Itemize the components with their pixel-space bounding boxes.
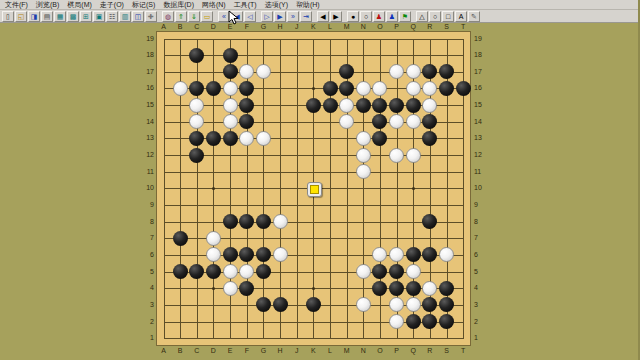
- tree-view-icon[interactable]: ▣: [93, 11, 105, 22]
- black-stone-K15: [306, 98, 321, 113]
- black-stone-R14: [422, 114, 437, 129]
- black-stone-H3: [273, 297, 288, 312]
- white-stone-P6: [389, 247, 404, 262]
- black-stone-C12: [189, 148, 204, 163]
- white-stone-N3: [356, 297, 371, 312]
- coord-number-left: 10: [136, 184, 154, 192]
- coord-letter-bottom: J: [292, 347, 302, 355]
- open-icon[interactable]: ◱: [15, 11, 27, 22]
- black-stone-T16: [456, 81, 471, 96]
- menu-bar: 文件(F)浏览(B)棋局(M)走子(O)标记(S)数据库(D)网络(N)工具(T…: [0, 0, 640, 10]
- black-stone-R13: [422, 131, 437, 146]
- print-icon[interactable]: ▤: [41, 11, 53, 22]
- black-stone-F15: [239, 98, 254, 113]
- coord-letter-top: M: [342, 23, 352, 31]
- black-stone-S4: [439, 281, 454, 296]
- white-stone-F17: [239, 64, 254, 79]
- black-stone-C16: [189, 81, 204, 96]
- black-stone-O15: [372, 98, 387, 113]
- black-stone-tool-icon[interactable]: ●: [347, 11, 359, 22]
- grid-line-horizontal: [164, 338, 465, 339]
- menu-options[interactable]: 选项(Y): [262, 0, 291, 9]
- black-stone-B7: [173, 231, 188, 246]
- coord-number-right: 16: [474, 84, 492, 92]
- menu-help[interactable]: 帮助(H): [293, 0, 323, 9]
- black-stone-K3: [306, 297, 321, 312]
- coord-number-left: 18: [136, 51, 154, 59]
- white-stone-B16: [173, 81, 188, 96]
- triangle-mark-icon[interactable]: △: [416, 11, 428, 22]
- star-point: [312, 287, 315, 290]
- coord-number-right: 7: [474, 234, 492, 242]
- player-white-icon[interactable]: ♟: [386, 11, 398, 22]
- black-stone-F6: [239, 247, 254, 262]
- black-stone-R6: [422, 247, 437, 262]
- coord-letter-top: J: [292, 23, 302, 31]
- grid-view-icon[interactable]: ▩: [67, 11, 79, 22]
- forward-icon[interactable]: ▷: [261, 11, 273, 22]
- folder-icon[interactable]: ▭: [201, 11, 213, 22]
- flag-icon[interactable]: ⚑: [399, 11, 411, 22]
- coord-letter-top: B: [175, 23, 185, 31]
- coord-number-right: 2: [474, 318, 492, 326]
- white-stone-F5: [239, 264, 254, 279]
- next-variation-icon[interactable]: ▶: [330, 11, 342, 22]
- black-stone-C13: [189, 131, 204, 146]
- black-stone-G3: [256, 297, 271, 312]
- coord-number-right: 9: [474, 201, 492, 209]
- white-stone-G17: [256, 64, 271, 79]
- coord-letter-bottom: H: [275, 347, 285, 355]
- white-stone-E16: [223, 81, 238, 96]
- star-point: [212, 187, 215, 190]
- coord-letter-bottom: P: [392, 347, 402, 355]
- black-stone-F16: [239, 81, 254, 96]
- star-point: [412, 187, 415, 190]
- grid-line-horizontal: [164, 205, 465, 206]
- menu-network[interactable]: 网络(N): [199, 0, 229, 9]
- coord-letter-bottom: A: [159, 347, 169, 355]
- coord-letter-top: G: [258, 23, 268, 31]
- coord-number-right: 10: [474, 184, 492, 192]
- white-stone-E14: [223, 114, 238, 129]
- coord-letter-top: N: [358, 23, 368, 31]
- coord-letter-top: H: [275, 23, 285, 31]
- white-stone-Q3: [406, 297, 421, 312]
- black-stone-S2: [439, 314, 454, 329]
- white-stone-Q5: [406, 264, 421, 279]
- pencil-icon[interactable]: ✎: [468, 11, 480, 22]
- coord-letter-top: A: [159, 23, 169, 31]
- white-stone-H6: [273, 247, 288, 262]
- mouse-cursor: [228, 10, 239, 25]
- coord-letter-bottom: F: [242, 347, 252, 355]
- back-icon[interactable]: ◁: [244, 11, 256, 22]
- black-stone-B5: [173, 264, 188, 279]
- black-stone-F14: [239, 114, 254, 129]
- black-stone-G8: [256, 214, 271, 229]
- menu-marks[interactable]: 标记(S): [129, 0, 158, 9]
- coord-number-left: 3: [136, 301, 154, 309]
- coord-letter-bottom: S: [442, 347, 452, 355]
- black-stone-P15: [389, 98, 404, 113]
- player-black-icon[interactable]: ♟: [373, 11, 385, 22]
- coord-number-left: 5: [136, 268, 154, 276]
- coord-number-left: 16: [136, 84, 154, 92]
- white-stone-N13: [356, 131, 371, 146]
- coord-number-left: 8: [136, 218, 154, 226]
- coord-letter-bottom: K: [308, 347, 318, 355]
- coord-number-right: 17: [474, 68, 492, 76]
- coord-number-right: 4: [474, 284, 492, 292]
- list-view-icon[interactable]: ☷: [106, 11, 118, 22]
- white-stone-F13: [239, 131, 254, 146]
- white-stone-E5: [223, 264, 238, 279]
- black-stone-R2: [422, 314, 437, 329]
- white-stone-O16: [372, 81, 387, 96]
- black-stone-R8: [422, 214, 437, 229]
- save-icon[interactable]: ◨: [28, 11, 40, 22]
- white-stone-N11: [356, 164, 371, 179]
- menu-file[interactable]: 文件(F): [2, 0, 31, 9]
- download-icon[interactable]: ⇓: [188, 11, 200, 22]
- black-stone-F8: [239, 214, 254, 229]
- coord-letter-bottom: C: [192, 347, 202, 355]
- client-area: AABBCCDDEEFFGGHHJJKKLLMMNNOOPPQQRRSSTT19…: [0, 23, 640, 360]
- white-stone-R4: [422, 281, 437, 296]
- coord-letter-bottom: N: [358, 347, 368, 355]
- black-stone-M16: [339, 81, 354, 96]
- white-stone-H8: [273, 214, 288, 229]
- white-stone-Q12: [406, 148, 421, 163]
- white-stone-P14: [389, 114, 404, 129]
- add-icon[interactable]: ✚: [145, 11, 157, 22]
- white-stone-D7: [206, 231, 221, 246]
- coord-number-right: 14: [474, 118, 492, 126]
- coord-letter-bottom: M: [342, 347, 352, 355]
- coord-number-left: 19: [136, 35, 154, 43]
- black-stone-D5: [206, 264, 221, 279]
- menu-game[interactable]: 棋局(M): [64, 0, 95, 9]
- coord-letter-bottom: E: [225, 347, 235, 355]
- white-stone-S6: [439, 247, 454, 262]
- white-stone-C14: [189, 114, 204, 129]
- board-view-icon[interactable]: ▦: [54, 11, 66, 22]
- web-icon[interactable]: ◍: [162, 11, 174, 22]
- coord-number-right: 1: [474, 334, 492, 342]
- current-move-marker: [307, 182, 322, 197]
- coord-number-right: 19: [474, 35, 492, 43]
- coord-number-right: 12: [474, 151, 492, 159]
- coord-number-left: 6: [136, 251, 154, 259]
- white-stone-M15: [339, 98, 354, 113]
- black-stone-O14: [372, 114, 387, 129]
- white-stone-N5: [356, 264, 371, 279]
- coord-number-right: 8: [474, 218, 492, 226]
- white-stone-R15: [422, 98, 437, 113]
- white-stone-R16: [422, 81, 437, 96]
- black-stone-Q15: [406, 98, 421, 113]
- coord-number-left: 11: [136, 168, 154, 176]
- black-stone-E13: [223, 131, 238, 146]
- coord-letter-top: P: [392, 23, 402, 31]
- info-panel-icon[interactable]: ◫: [132, 11, 144, 22]
- table-view-icon[interactable]: ▥: [119, 11, 131, 22]
- black-stone-L16: [323, 81, 338, 96]
- coord-number-right: 18: [474, 51, 492, 59]
- star-point: [212, 287, 215, 290]
- coord-number-left: 15: [136, 101, 154, 109]
- coord-number-left: 4: [136, 284, 154, 292]
- white-stone-N12: [356, 148, 371, 163]
- menu-moves[interactable]: 走子(O): [97, 0, 127, 9]
- coord-number-left: 13: [136, 134, 154, 142]
- white-stone-N16: [356, 81, 371, 96]
- coord-number-right: 11: [474, 168, 492, 176]
- black-stone-E18: [223, 48, 238, 63]
- coord-number-right: 15: [474, 101, 492, 109]
- coord-letter-top: L: [325, 23, 335, 31]
- black-stone-C18: [189, 48, 204, 63]
- toolbar: ▯◱◨▤▦▩⊞▣☷▥◫✚◍⇑⇓▭«◀◁▷▶»⇥◀▶●○♟♟⚑△○□A✎: [0, 10, 640, 23]
- grid-line-horizontal: [164, 222, 465, 223]
- jump-icon[interactable]: ⇥: [300, 11, 312, 22]
- new-icon[interactable]: ▯: [2, 11, 14, 22]
- circle-mark-icon[interactable]: ○: [429, 11, 441, 22]
- black-stone-P5: [389, 264, 404, 279]
- white-stone-P2: [389, 314, 404, 329]
- black-stone-R3: [422, 297, 437, 312]
- coord-number-left: 17: [136, 68, 154, 76]
- black-stone-N15: [356, 98, 371, 113]
- coord-number-left: 9: [136, 201, 154, 209]
- white-stone-O6: [372, 247, 387, 262]
- black-stone-Q6: [406, 247, 421, 262]
- coord-number-left: 2: [136, 318, 154, 326]
- black-stone-C5: [189, 264, 204, 279]
- black-stone-S16: [439, 81, 454, 96]
- coord-letter-top: R: [425, 23, 435, 31]
- coord-letter-bottom: L: [325, 347, 335, 355]
- coord-letter-top: T: [458, 23, 468, 31]
- coord-letter-top: F: [242, 23, 252, 31]
- menu-browse[interactable]: 浏览(B): [33, 0, 62, 9]
- black-stone-M17: [339, 64, 354, 79]
- square-mark-icon[interactable]: □: [442, 11, 454, 22]
- white-stone-Q14: [406, 114, 421, 129]
- coord-letter-top: S: [442, 23, 452, 31]
- black-stone-O13: [372, 131, 387, 146]
- black-stone-E6: [223, 247, 238, 262]
- white-stone-D6: [206, 247, 221, 262]
- coord-letter-bottom: D: [208, 347, 218, 355]
- black-stone-O5: [372, 264, 387, 279]
- coord-letter-bottom: T: [458, 347, 468, 355]
- coord-letter-bottom: O: [375, 347, 385, 355]
- prev-variation-icon[interactable]: ◀: [317, 11, 329, 22]
- coord-letter-top: C: [192, 23, 202, 31]
- black-stone-S3: [439, 297, 454, 312]
- black-stone-D13: [206, 131, 221, 146]
- black-stone-G5: [256, 264, 271, 279]
- white-stone-P3: [389, 297, 404, 312]
- white-stone-Q16: [406, 81, 421, 96]
- black-stone-G6: [256, 247, 271, 262]
- coord-number-right: 13: [474, 134, 492, 142]
- coord-number-left: 7: [136, 234, 154, 242]
- black-stone-D16: [206, 81, 221, 96]
- black-stone-F4: [239, 281, 254, 296]
- coord-letter-top: D: [208, 23, 218, 31]
- coord-number-right: 3: [474, 301, 492, 309]
- black-stone-Q2: [406, 314, 421, 329]
- star-point: [312, 87, 315, 90]
- coord-letter-top: Q: [408, 23, 418, 31]
- coord-letter-top: O: [375, 23, 385, 31]
- white-stone-Q17: [406, 64, 421, 79]
- current-move-marker-inner: [310, 185, 319, 194]
- forward-fast-icon[interactable]: ▶: [274, 11, 286, 22]
- black-stone-O4: [372, 281, 387, 296]
- white-stone-M14: [339, 114, 354, 129]
- coord-number-left: 14: [136, 118, 154, 126]
- coord-number-left: 1: [136, 334, 154, 342]
- go-end-icon[interactable]: »: [287, 11, 299, 22]
- coord-letter-bottom: G: [258, 347, 268, 355]
- upload-icon[interactable]: ⇑: [175, 11, 187, 22]
- black-stone-E8: [223, 214, 238, 229]
- white-stone-C15: [189, 98, 204, 113]
- coord-letter-bottom: Q: [408, 347, 418, 355]
- black-stone-L15: [323, 98, 338, 113]
- coord-number-right: 5: [474, 268, 492, 276]
- coord-letter-top: K: [308, 23, 318, 31]
- coord-number-right: 6: [474, 251, 492, 259]
- white-stone-P17: [389, 64, 404, 79]
- coord-letter-bottom: R: [425, 347, 435, 355]
- white-stone-G13: [256, 131, 271, 146]
- black-stone-Q4: [406, 281, 421, 296]
- menu-database[interactable]: 数据库(D): [160, 0, 197, 9]
- black-stone-R17: [422, 64, 437, 79]
- black-stone-S17: [439, 64, 454, 79]
- black-stone-E17: [223, 64, 238, 79]
- white-stone-P12: [389, 148, 404, 163]
- white-stone-tool-icon[interactable]: ○: [360, 11, 372, 22]
- black-stone-P4: [389, 281, 404, 296]
- coord-letter-bottom: B: [175, 347, 185, 355]
- menu-tools[interactable]: 工具(T): [231, 0, 260, 9]
- white-stone-E15: [223, 98, 238, 113]
- letter-mark-icon[interactable]: A: [455, 11, 467, 22]
- white-stone-E4: [223, 281, 238, 296]
- coord-number-left: 12: [136, 151, 154, 159]
- go-board[interactable]: [156, 31, 471, 346]
- new-board-icon[interactable]: ⊞: [80, 11, 92, 22]
